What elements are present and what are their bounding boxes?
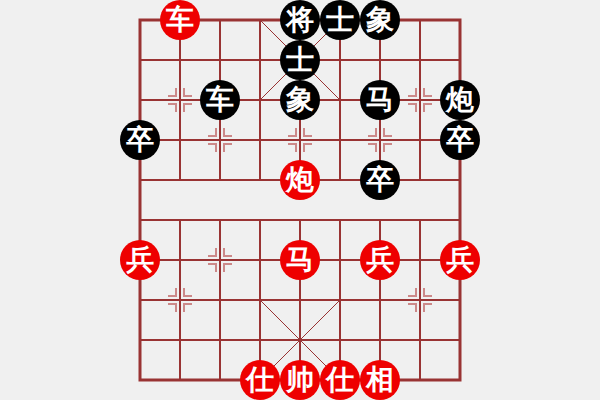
piece-black-elephant[interactable]: 象 — [280, 80, 320, 120]
piece-red-soldier[interactable]: 兵 — [360, 240, 400, 280]
piece-black-elephant[interactable]: 象 — [360, 0, 400, 40]
piece-red-cannon[interactable]: 炮 — [280, 160, 320, 200]
piece-black-soldier[interactable]: 卒 — [120, 120, 160, 160]
piece-red-horse[interactable]: 马 — [280, 240, 320, 280]
piece-red-soldier[interactable]: 兵 — [440, 240, 480, 280]
piece-black-soldier[interactable]: 卒 — [360, 160, 400, 200]
piece-black-cannon[interactable]: 炮 — [440, 80, 480, 120]
piece-black-general[interactable]: 将 — [280, 0, 320, 40]
piece-red-chariot[interactable]: 车 — [160, 0, 200, 40]
piece-black-chariot[interactable]: 车 — [200, 80, 240, 120]
piece-black-advisor[interactable]: 士 — [280, 40, 320, 80]
piece-red-general[interactable]: 帅 — [280, 360, 320, 400]
piece-black-advisor[interactable]: 士 — [320, 0, 360, 40]
app-background: 车炮兵马兵兵仕帅仕相将士象士车象马炮卒卒卒 — [0, 0, 600, 400]
piece-red-advisor[interactable]: 仕 — [240, 360, 280, 400]
piece-black-horse[interactable]: 马 — [360, 80, 400, 120]
piece-red-advisor[interactable]: 仕 — [320, 360, 360, 400]
piece-red-elephant[interactable]: 相 — [360, 360, 400, 400]
piece-black-soldier[interactable]: 卒 — [440, 120, 480, 160]
piece-red-soldier[interactable]: 兵 — [120, 240, 160, 280]
